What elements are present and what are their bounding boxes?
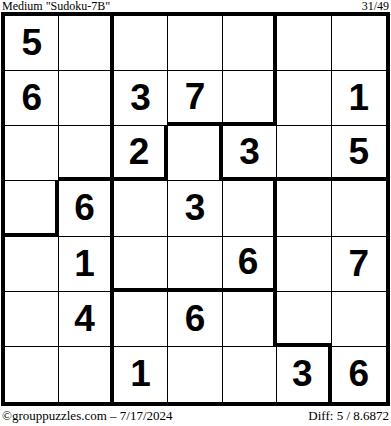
cell-r6c3[interactable] <box>114 292 168 347</box>
cell-r5c3[interactable] <box>114 237 168 292</box>
cell-r5c5: 6 <box>223 237 277 292</box>
copyright-text: ©grouppuzzles.com – 7/17/2024 <box>2 409 173 423</box>
cell-r7c3: 1 <box>114 347 168 402</box>
cell-r2c6[interactable] <box>277 71 331 126</box>
cell-r4c4: 3 <box>168 181 222 236</box>
cell-r5c6[interactable] <box>277 237 331 292</box>
cell-r4c3[interactable] <box>114 181 168 236</box>
cell-r5c4[interactable] <box>168 237 222 292</box>
cell-r6c5[interactable] <box>223 292 277 347</box>
cell-r3c1[interactable] <box>5 126 59 181</box>
cell-r4c7[interactable] <box>332 181 386 236</box>
cell-r7c7: 6 <box>332 347 386 402</box>
cell-r4c5[interactable] <box>223 181 277 236</box>
cell-r7c2[interactable] <box>59 347 113 402</box>
puzzle-page: Medium "Sudoku-7B" 31/49 563712356316746… <box>0 0 391 426</box>
cell-r6c6[interactable] <box>277 292 331 347</box>
cell-r2c3: 3 <box>114 71 168 126</box>
cell-r7c1[interactable] <box>5 347 59 402</box>
cell-r6c7[interactable] <box>332 292 386 347</box>
difficulty-text: Diff: 5 / 8.6872 <box>308 409 389 423</box>
cell-r1c5[interactable] <box>223 16 277 71</box>
cell-r4c6[interactable] <box>277 181 331 236</box>
cell-r7c6: 3 <box>277 347 331 402</box>
cell-r5c7: 7 <box>332 237 386 292</box>
header: Medium "Sudoku-7B" 31/49 <box>2 0 389 12</box>
cell-r5c2: 1 <box>59 237 113 292</box>
cell-r1c7[interactable] <box>332 16 386 71</box>
sudoku-board: 563712356316746136 <box>1 12 390 406</box>
cell-r2c1: 6 <box>5 71 59 126</box>
cell-r3c4[interactable] <box>168 126 222 181</box>
cell-r3c3: 2 <box>114 126 168 181</box>
cell-r6c2: 4 <box>59 292 113 347</box>
cell-r1c1: 5 <box>5 16 59 71</box>
cell-r2c5[interactable] <box>223 71 277 126</box>
cell-r7c5[interactable] <box>223 347 277 402</box>
cell-r5c1[interactable] <box>5 237 59 292</box>
cell-r6c4: 6 <box>168 292 222 347</box>
cell-r1c4[interactable] <box>168 16 222 71</box>
cell-r2c4: 7 <box>168 71 222 126</box>
cell-r1c2[interactable] <box>59 16 113 71</box>
cell-r1c6[interactable] <box>277 16 331 71</box>
cell-r3c7: 5 <box>332 126 386 181</box>
puzzle-counter: 31/49 <box>362 0 389 12</box>
cell-r3c5: 3 <box>223 126 277 181</box>
cell-r4c1[interactable] <box>5 181 59 236</box>
puzzle-title: Medium "Sudoku-7B" <box>2 0 110 12</box>
cell-r7c4[interactable] <box>168 347 222 402</box>
cell-r4c2: 6 <box>59 181 113 236</box>
cell-r2c2[interactable] <box>59 71 113 126</box>
cell-r3c6[interactable] <box>277 126 331 181</box>
cell-r1c3[interactable] <box>114 16 168 71</box>
cell-r3c2[interactable] <box>59 126 113 181</box>
cell-r6c1[interactable] <box>5 292 59 347</box>
footer: ©grouppuzzles.com – 7/17/2024 Diff: 5 / … <box>2 409 389 423</box>
cell-r2c7: 1 <box>332 71 386 126</box>
